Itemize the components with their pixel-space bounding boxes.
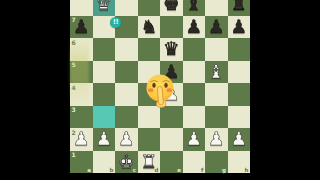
white-pawn[interactable]: ♟: [70, 128, 93, 151]
shushing-face-emoji: [144, 73, 177, 110]
rank-label-4: 4: [72, 84, 76, 91]
square-f1[interactable]: f: [183, 151, 206, 174]
square-g4[interactable]: [205, 83, 228, 106]
video-frame: 8♛♚♝♜7♟♞♟♟♟6♛5♟♝4♟32♟♟♟♟♟♟1abc♚d♜efgh !!: [0, 0, 320, 180]
white-pawn[interactable]: ♟: [228, 128, 251, 151]
square-a6[interactable]: 6: [70, 38, 93, 61]
black-queen[interactable]: ♛: [160, 38, 183, 61]
square-d7[interactable]: ♞: [138, 16, 161, 39]
emoji-blush-left: [148, 88, 153, 92]
square-d8[interactable]: [138, 0, 161, 16]
square-c5[interactable]: [115, 61, 138, 84]
square-h6[interactable]: [228, 38, 251, 61]
black-pawn[interactable]: ♟: [70, 16, 93, 39]
square-h1[interactable]: h: [228, 151, 251, 174]
square-b6[interactable]: [93, 38, 116, 61]
black-king[interactable]: ♚: [160, 0, 183, 16]
black-pawn[interactable]: ♟: [183, 16, 206, 39]
rank-label-8: 8: [72, 0, 76, 1]
square-g7[interactable]: ♟: [205, 16, 228, 39]
square-h2[interactable]: ♟: [228, 128, 251, 151]
black-pawn[interactable]: ♟: [205, 16, 228, 39]
square-g8[interactable]: [205, 0, 228, 16]
square-e1[interactable]: e: [160, 151, 183, 174]
file-label-h: h: [245, 167, 249, 173]
square-a4[interactable]: 4: [70, 83, 93, 106]
square-h8[interactable]: ♜: [228, 0, 251, 16]
emoji-blush-right: [167, 88, 172, 92]
square-f7[interactable]: ♟: [183, 16, 206, 39]
square-f4[interactable]: [183, 83, 206, 106]
square-h5[interactable]: [228, 61, 251, 84]
square-b4[interactable]: [93, 83, 116, 106]
file-label-e: e: [177, 167, 181, 173]
square-f8[interactable]: ♝: [183, 0, 206, 16]
square-f5[interactable]: [183, 61, 206, 84]
square-f2[interactable]: ♟: [183, 128, 206, 151]
square-c8[interactable]: [115, 0, 138, 16]
square-d1[interactable]: d♜: [138, 151, 161, 174]
rank-label-5: 5: [72, 61, 76, 68]
square-b8[interactable]: ♛: [93, 0, 116, 16]
white-queen[interactable]: ♛: [93, 0, 116, 16]
square-h3[interactable]: [228, 106, 251, 129]
square-e7[interactable]: [160, 16, 183, 39]
square-a3[interactable]: 3: [70, 106, 93, 129]
white-bishop[interactable]: ♝: [205, 61, 228, 84]
white-pawn[interactable]: ♟: [183, 128, 206, 151]
rank-label-1: 1: [72, 151, 76, 158]
square-d6[interactable]: [138, 38, 161, 61]
emoji-eye-left: [152, 83, 155, 88]
square-a2[interactable]: 2♟: [70, 128, 93, 151]
emoji-eye-right: [164, 83, 167, 88]
file-label-f: f: [201, 167, 203, 173]
square-c1[interactable]: c♚: [115, 151, 138, 174]
square-a7[interactable]: 7♟: [70, 16, 93, 39]
square-b5[interactable]: [93, 61, 116, 84]
square-h4[interactable]: [228, 83, 251, 106]
square-e2[interactable]: [160, 128, 183, 151]
square-f6[interactable]: [183, 38, 206, 61]
square-b2[interactable]: ♟: [93, 128, 116, 151]
file-label-g: g: [222, 167, 226, 173]
square-c3[interactable]: [115, 106, 138, 129]
black-bishop[interactable]: ♝: [183, 0, 206, 16]
square-g2[interactable]: ♟: [205, 128, 228, 151]
square-a1[interactable]: 1a: [70, 151, 93, 174]
white-pawn[interactable]: ♟: [115, 128, 138, 151]
square-g3[interactable]: [205, 106, 228, 129]
square-d2[interactable]: [138, 128, 161, 151]
rank-label-3: 3: [72, 106, 76, 113]
rank-label-6: 6: [72, 39, 76, 46]
square-a8[interactable]: 8: [70, 0, 93, 16]
black-rook[interactable]: ♜: [228, 0, 251, 16]
white-rook[interactable]: ♜: [138, 151, 161, 174]
square-b3[interactable]: [93, 106, 116, 129]
square-g5[interactable]: ♝: [205, 61, 228, 84]
black-pawn[interactable]: ♟: [228, 16, 251, 39]
file-label-a: a: [87, 167, 91, 173]
file-label-b: b: [110, 167, 114, 173]
white-pawn[interactable]: ♟: [205, 128, 228, 151]
square-e8[interactable]: ♚: [160, 0, 183, 16]
square-a5[interactable]: 5: [70, 61, 93, 84]
square-c2[interactable]: ♟: [115, 128, 138, 151]
square-g1[interactable]: g: [205, 151, 228, 174]
brilliant-move-badge: !!: [110, 17, 121, 28]
square-h7[interactable]: ♟: [228, 16, 251, 39]
square-g6[interactable]: [205, 38, 228, 61]
white-king[interactable]: ♚: [115, 151, 138, 174]
square-b1[interactable]: b: [93, 151, 116, 174]
square-f3[interactable]: [183, 106, 206, 129]
black-knight[interactable]: ♞: [138, 16, 161, 39]
white-pawn[interactable]: ♟: [93, 128, 116, 151]
square-e6[interactable]: ♛: [160, 38, 183, 61]
brilliant-badge-label: !!: [113, 17, 118, 28]
square-c4[interactable]: [115, 83, 138, 106]
square-c6[interactable]: [115, 38, 138, 61]
